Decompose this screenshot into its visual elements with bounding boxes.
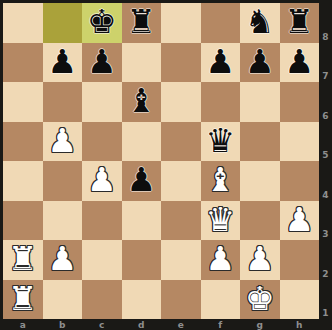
square-b8[interactable] xyxy=(43,3,83,43)
piece-black-pawn[interactable]: ♟ xyxy=(205,45,235,78)
square-h7[interactable]: ♟ xyxy=(280,43,320,83)
square-d2[interactable] xyxy=(122,240,162,280)
chess-app: ♚♜♞♜♟♟♟♟♟♝♟♛♟♟♝♛♟♜♟♟♟♜♚ 87654321 abcdefg… xyxy=(0,0,332,330)
square-h5[interactable] xyxy=(280,122,320,162)
rank-label-1: 1 xyxy=(319,280,332,320)
square-f6[interactable] xyxy=(201,82,241,122)
square-f7[interactable]: ♟ xyxy=(201,43,241,83)
file-label-b: b xyxy=(43,319,83,330)
chess-board: ♚♜♞♜♟♟♟♟♟♝♟♛♟♟♝♛♟♜♟♟♟♜♚ xyxy=(3,3,319,319)
file-label-a: a xyxy=(3,319,43,330)
file-label-f: f xyxy=(201,319,241,330)
file-coordinates: abcdefgh xyxy=(3,319,319,330)
square-d6[interactable]: ♝ xyxy=(122,82,162,122)
square-c5[interactable] xyxy=(82,122,122,162)
square-c8[interactable]: ♚ xyxy=(82,3,122,43)
square-f1[interactable] xyxy=(201,280,241,320)
piece-white-pawn[interactable]: ♟ xyxy=(87,163,117,196)
square-b3[interactable] xyxy=(43,201,83,241)
piece-white-rook[interactable]: ♜ xyxy=(8,282,38,315)
piece-white-pawn[interactable]: ♟ xyxy=(47,242,77,275)
square-f3[interactable]: ♛ xyxy=(201,201,241,241)
square-a5[interactable] xyxy=(3,122,43,162)
square-b6[interactable] xyxy=(43,82,83,122)
square-d7[interactable] xyxy=(122,43,162,83)
piece-black-bishop[interactable]: ♝ xyxy=(126,84,156,117)
file-label-g: g xyxy=(240,319,280,330)
square-g2[interactable]: ♟ xyxy=(240,240,280,280)
piece-white-pawn[interactable]: ♟ xyxy=(47,124,77,157)
piece-black-pawn[interactable]: ♟ xyxy=(87,45,117,78)
square-h8[interactable]: ♜ xyxy=(280,3,320,43)
square-h6[interactable] xyxy=(280,82,320,122)
square-c1[interactable] xyxy=(82,280,122,320)
piece-white-bishop[interactable]: ♝ xyxy=(205,163,235,196)
square-b1[interactable] xyxy=(43,280,83,320)
square-g4[interactable] xyxy=(240,161,280,201)
square-c7[interactable]: ♟ xyxy=(82,43,122,83)
square-a7[interactable] xyxy=(3,43,43,83)
piece-white-rook[interactable]: ♜ xyxy=(8,242,38,275)
piece-black-pawn[interactable]: ♟ xyxy=(284,45,314,78)
square-f2[interactable]: ♟ xyxy=(201,240,241,280)
square-g3[interactable] xyxy=(240,201,280,241)
piece-black-pawn[interactable]: ♟ xyxy=(245,45,275,78)
square-e4[interactable] xyxy=(161,161,201,201)
file-label-h: h xyxy=(280,319,320,330)
square-b2[interactable]: ♟ xyxy=(43,240,83,280)
piece-black-pawn[interactable]: ♟ xyxy=(47,45,77,78)
piece-white-king[interactable]: ♚ xyxy=(245,282,275,315)
square-g1[interactable]: ♚ xyxy=(240,280,280,320)
square-h1[interactable] xyxy=(280,280,320,320)
square-a1[interactable]: ♜ xyxy=(3,280,43,320)
square-c6[interactable] xyxy=(82,82,122,122)
file-label-e: e xyxy=(161,319,201,330)
square-f4[interactable]: ♝ xyxy=(201,161,241,201)
square-f8[interactable] xyxy=(201,3,241,43)
square-d4[interactable]: ♟ xyxy=(122,161,162,201)
square-h2[interactable] xyxy=(280,240,320,280)
piece-black-knight[interactable]: ♞ xyxy=(245,5,275,38)
piece-white-pawn[interactable]: ♟ xyxy=(284,203,314,236)
square-g6[interactable] xyxy=(240,82,280,122)
square-c3[interactable] xyxy=(82,201,122,241)
piece-white-pawn[interactable]: ♟ xyxy=(205,242,235,275)
square-f5[interactable]: ♛ xyxy=(201,122,241,162)
file-label-c: c xyxy=(82,319,122,330)
square-a8[interactable] xyxy=(3,3,43,43)
square-g7[interactable]: ♟ xyxy=(240,43,280,83)
square-a4[interactable] xyxy=(3,161,43,201)
square-e5[interactable] xyxy=(161,122,201,162)
square-b4[interactable] xyxy=(43,161,83,201)
square-e8[interactable] xyxy=(161,3,201,43)
square-e6[interactable] xyxy=(161,82,201,122)
piece-white-pawn[interactable]: ♟ xyxy=(245,242,275,275)
file-label-d: d xyxy=(122,319,162,330)
piece-white-queen[interactable]: ♛ xyxy=(205,203,235,236)
rank-label-5: 5 xyxy=(319,122,332,162)
piece-black-king[interactable]: ♚ xyxy=(87,5,117,38)
square-h3[interactable]: ♟ xyxy=(280,201,320,241)
square-d3[interactable] xyxy=(122,201,162,241)
piece-black-queen[interactable]: ♛ xyxy=(205,124,235,157)
square-d8[interactable]: ♜ xyxy=(122,3,162,43)
square-d1[interactable] xyxy=(122,280,162,320)
piece-black-rook[interactable]: ♜ xyxy=(284,5,314,38)
rank-label-4: 4 xyxy=(319,161,332,201)
square-c2[interactable] xyxy=(82,240,122,280)
square-e7[interactable] xyxy=(161,43,201,83)
square-a6[interactable] xyxy=(3,82,43,122)
rank-label-3: 3 xyxy=(319,201,332,241)
square-g8[interactable]: ♞ xyxy=(240,3,280,43)
square-g5[interactable] xyxy=(240,122,280,162)
rank-label-8: 8 xyxy=(319,3,332,43)
square-b5[interactable]: ♟ xyxy=(43,122,83,162)
rank-label-7: 7 xyxy=(319,43,332,83)
square-a2[interactable]: ♜ xyxy=(3,240,43,280)
rank-coordinates: 87654321 xyxy=(319,3,332,319)
square-d5[interactable] xyxy=(122,122,162,162)
square-c4[interactable]: ♟ xyxy=(82,161,122,201)
square-h4[interactable] xyxy=(280,161,320,201)
piece-black-pawn[interactable]: ♟ xyxy=(126,163,156,196)
piece-black-rook[interactable]: ♜ xyxy=(126,5,156,38)
square-e1[interactable] xyxy=(161,280,201,320)
rank-label-6: 6 xyxy=(319,82,332,122)
square-e2[interactable] xyxy=(161,240,201,280)
square-b7[interactable]: ♟ xyxy=(43,43,83,83)
square-e3[interactable] xyxy=(161,201,201,241)
rank-label-2: 2 xyxy=(319,240,332,280)
square-a3[interactable] xyxy=(3,201,43,241)
